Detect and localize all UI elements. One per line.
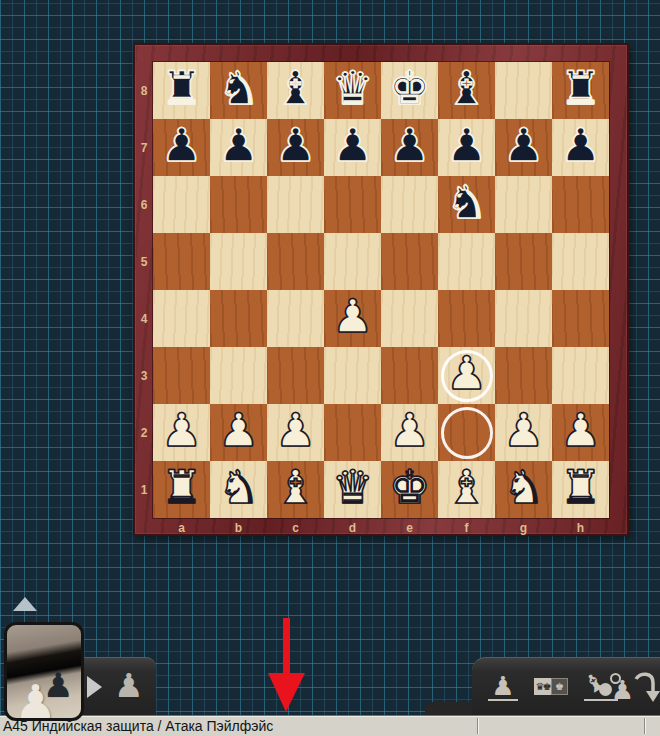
square-h3[interactable] (552, 347, 609, 404)
square-g1[interactable]: ♞ (495, 461, 552, 518)
square-g5[interactable] (495, 233, 552, 290)
square-f3[interactable]: ♟ (438, 347, 495, 404)
square-c4[interactable] (267, 290, 324, 347)
square-b8[interactable]: ♞ (210, 62, 267, 119)
square-c1[interactable]: ♝ (267, 461, 324, 518)
square-b7[interactable]: ♟ (210, 119, 267, 176)
black-pawn-g7: ♟ (503, 117, 544, 174)
miniboard-light-icon: ♛♚ (534, 678, 551, 695)
square-h2[interactable]: ♟ (552, 404, 609, 461)
status-divider (477, 718, 479, 734)
black-pawn-f7: ♟ (446, 117, 487, 174)
white-queen-d1: ♛ (332, 459, 373, 516)
square-e8[interactable]: ♚ (381, 62, 438, 119)
square-g7[interactable]: ♟ (495, 119, 552, 176)
setup-position-button[interactable]: ♟ (488, 673, 518, 701)
square-g4[interactable] (495, 290, 552, 347)
square-b6[interactable] (210, 176, 267, 233)
status-bar: А45 Индийская защита / Атака Пэйлфэйс (0, 715, 660, 736)
black-pawn-d7: ♟ (332, 117, 373, 174)
square-g3[interactable] (495, 347, 552, 404)
white-king-e1: ♚ (389, 459, 430, 516)
square-e7[interactable]: ♟ (381, 119, 438, 176)
square-b2[interactable]: ♟ (210, 404, 267, 461)
square-a5[interactable] (153, 233, 210, 290)
square-h4[interactable] (552, 290, 609, 347)
square-e5[interactable] (381, 233, 438, 290)
white-pawn-a2: ♟ (161, 402, 202, 459)
white-pawn-d4: ♟ (332, 288, 373, 345)
white-pawn-c2: ♟ (275, 402, 316, 459)
white-pawn-b2: ♟ (218, 402, 259, 459)
square-d1[interactable]: ♛ (324, 461, 381, 518)
thumbnail-black-pawn-icon: ♟ (43, 668, 73, 702)
play-icon[interactable] (87, 676, 102, 698)
rank-label-4: 4 (135, 290, 153, 347)
black-knight-f6: ♞ (446, 174, 487, 231)
square-a6[interactable] (153, 176, 210, 233)
square-c6[interactable] (267, 176, 324, 233)
square-d6[interactable] (324, 176, 381, 233)
rank-label-7: 7 (135, 119, 153, 176)
takeback-move-button[interactable]: ♟ (611, 671, 660, 703)
rank-label-5: 5 (135, 233, 153, 290)
black-bishop-c8: ♝ (275, 60, 316, 117)
white-knight-g1: ♞ (503, 459, 544, 516)
rank-label-2: 2 (135, 404, 153, 461)
piece-style-button[interactable]: ♛♚ ♚ (534, 678, 568, 695)
square-e4[interactable] (381, 290, 438, 347)
black-pawn-h7: ♟ (560, 117, 601, 174)
white-pawn-h2: ♟ (560, 402, 601, 459)
square-a3[interactable] (153, 347, 210, 404)
square-f8[interactable]: ♝ (438, 62, 495, 119)
square-b5[interactable] (210, 233, 267, 290)
file-label-f: f (438, 518, 495, 538)
rank-label-1: 1 (135, 461, 153, 518)
rank-label-8: 8 (135, 62, 153, 119)
black-bishop-f8: ♝ (446, 60, 487, 117)
file-label-g: g (495, 518, 552, 538)
square-h1[interactable]: ♜ (552, 461, 609, 518)
square-d4[interactable]: ♟ (324, 290, 381, 347)
takeback-arrow-icon (634, 671, 660, 703)
file-label-e: e (381, 518, 438, 538)
move-highlight-ring-f2 (441, 407, 493, 459)
captured-pieces-button[interactable]: ♝ (584, 673, 595, 701)
square-g6[interactable] (495, 176, 552, 233)
setup-pawn-icon: ♟ (488, 673, 518, 699)
white-rook-a1: ♜ (161, 459, 202, 516)
file-label-h: h (552, 518, 609, 538)
right-toolbar: ♟ ♛♚ ♚ ♝ ♟ (472, 657, 660, 715)
square-d7[interactable]: ♟ (324, 119, 381, 176)
black-pawn-b7: ♟ (218, 117, 259, 174)
square-e1[interactable]: ♚ (381, 461, 438, 518)
square-c2[interactable]: ♟ (267, 404, 324, 461)
square-f7[interactable]: ♟ (438, 119, 495, 176)
status-divider (644, 718, 646, 734)
black-pawn-c7: ♟ (275, 117, 316, 174)
square-c7[interactable]: ♟ (267, 119, 324, 176)
square-a4[interactable] (153, 290, 210, 347)
square-h7[interactable]: ♟ (552, 119, 609, 176)
black-knight-b8: ♞ (218, 60, 259, 117)
white-knight-b1: ♞ (218, 459, 259, 516)
white-pawn-g2: ♟ (503, 402, 544, 459)
takeback-pawn-icon: ♟ (611, 677, 634, 703)
square-f6[interactable]: ♞ (438, 176, 495, 233)
square-f2[interactable] (438, 404, 495, 461)
square-c8[interactable]: ♝ (267, 62, 324, 119)
square-g2[interactable]: ♟ (495, 404, 552, 461)
black-king-e8: ♚ (389, 60, 430, 117)
square-b1[interactable]: ♞ (210, 461, 267, 518)
square-d3[interactable] (324, 347, 381, 404)
rank-label-3: 3 (135, 347, 153, 404)
expand-panel-triangle-icon[interactable] (13, 597, 37, 611)
file-label-b: b (210, 518, 267, 538)
file-labels: abcdefgh (153, 518, 609, 538)
white-rook-h1: ♜ (560, 459, 601, 516)
square-g8[interactable] (495, 62, 552, 119)
square-d8[interactable]: ♛ (324, 62, 381, 119)
square-a8[interactable]: ♜ (153, 62, 210, 119)
file-label-d: d (324, 518, 381, 538)
square-f5[interactable] (438, 233, 495, 290)
square-a2[interactable]: ♟ (153, 404, 210, 461)
pawn-button[interactable]: ♟ (114, 664, 144, 708)
chess-board: 87654321 ♜♞♝♛♚♝♜♟♟♟♟♟♟♟♟♞♟♟♟♟♟♟♟♟♜♞♝♛♚♝♞… (133, 43, 629, 536)
black-queen-d8: ♛ (332, 60, 373, 117)
square-e2[interactable]: ♟ (381, 404, 438, 461)
miniboard-dark-icon: ♚ (551, 678, 568, 695)
square-a1[interactable]: ♜ (153, 461, 210, 518)
square-a7[interactable]: ♟ (153, 119, 210, 176)
black-pawn-e7: ♟ (389, 117, 430, 174)
rank-label-6: 6 (135, 176, 153, 233)
square-h5[interactable] (552, 233, 609, 290)
piece-set-thumbnail[interactable]: ♟ ♟ (4, 622, 84, 721)
square-d5[interactable] (324, 233, 381, 290)
white-bishop-c1: ♝ (275, 459, 316, 516)
white-pawn-f3: ♟ (446, 345, 487, 402)
black-rook-a8: ♜ (161, 60, 202, 117)
square-f1[interactable]: ♝ (438, 461, 495, 518)
board-squares: ♜♞♝♛♚♝♜♟♟♟♟♟♟♟♟♞♟♟♟♟♟♟♟♟♜♞♝♛♚♝♞♜ (153, 62, 609, 518)
square-b3[interactable] (210, 347, 267, 404)
red-arrow-annotation (261, 616, 311, 714)
left-toolbar: ♟ (74, 657, 156, 715)
square-h6[interactable] (552, 176, 609, 233)
black-rook-h8: ♜ (560, 60, 601, 117)
square-d2[interactable] (324, 404, 381, 461)
file-label-c: c (267, 518, 324, 538)
file-label-a: a (153, 518, 210, 538)
square-f4[interactable] (438, 290, 495, 347)
square-h8[interactable]: ♜ (552, 62, 609, 119)
black-pawn-a7: ♟ (161, 117, 202, 174)
white-bishop-f1: ♝ (446, 459, 487, 516)
square-e3[interactable] (381, 347, 438, 404)
white-pawn-e2: ♟ (389, 402, 430, 459)
square-c3[interactable] (267, 347, 324, 404)
rank-labels: 87654321 (135, 62, 153, 518)
square-e6[interactable] (381, 176, 438, 233)
square-c5[interactable] (267, 233, 324, 290)
square-b4[interactable] (210, 290, 267, 347)
